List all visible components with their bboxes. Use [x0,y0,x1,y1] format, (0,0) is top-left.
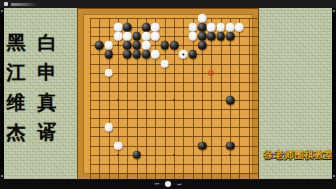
white-stone [114,23,123,32]
player-name-char: 真 [36,87,58,117]
white-stone [142,41,151,50]
black-stone [142,50,151,59]
black-stone [170,41,179,50]
frame-dot [1,175,3,177]
grid-line [90,164,258,165]
black-stone [226,32,235,41]
white-stone [188,32,197,41]
star-point [117,99,119,101]
stage-background: 黑江维杰 白申真谞 徐老师围棋教室 [4,8,332,179]
player-name-char: 白 [36,27,58,57]
annotation-circle [208,70,214,76]
frame-dot [333,10,335,12]
window-titlebar[interactable] [0,0,336,8]
white-stone [179,50,188,59]
prev-icon[interactable]: ⏮ [154,182,159,187]
frame-dot [333,175,335,177]
grid-line [90,127,258,128]
black-stone [123,23,132,32]
white-stone [104,41,113,50]
player-name-char: 黑 [5,27,27,57]
black-stone [207,32,216,41]
video-frame: 黑江维杰 白申真谞 徐老师围棋教室 ⏮ ⏭ [0,0,336,189]
app-icon [4,2,8,6]
white-stone [226,23,235,32]
player-name-char: 谞 [36,117,58,147]
last-move-marker [182,53,185,56]
white-stone [151,32,160,41]
black-stone [188,50,197,59]
player-name-char: 杰 [5,117,27,147]
star-point [173,154,175,156]
watermark-text: 徐老师围棋教室 [264,149,332,162]
grid-line [90,136,258,137]
player-control-bar: ⏮ ⏭ [0,179,336,189]
black-stone [132,32,141,41]
board-grid [90,18,258,179]
white-stone [198,14,207,23]
white-stone [188,23,197,32]
play-knob-icon[interactable] [165,181,171,187]
white-stone [114,32,123,41]
black-stone [198,23,207,32]
grid-line [90,173,258,174]
white-stone [151,50,160,59]
star-point [117,44,119,46]
white-player-name-column: 白申真谞 [36,27,58,147]
black-stone [226,96,235,105]
star-point [229,44,231,46]
white-stone [235,23,244,32]
white-stone [104,123,113,132]
black-stone [132,41,141,50]
right-frame-edge [332,0,336,189]
grid-line [90,118,258,119]
player-name-char: 维 [5,87,27,117]
white-stone [207,23,216,32]
star-point [173,99,175,101]
black-stone [104,50,113,59]
black-stone [142,23,151,32]
black-stone [198,32,207,41]
black-stone [198,141,207,150]
black-stone [132,50,141,59]
black-stone [216,32,225,41]
next-icon[interactable]: ⏭ [177,182,182,187]
go-board[interactable] [78,9,258,179]
left-frame-edge [0,0,4,189]
black-player-name-column: 黑江维杰 [5,27,27,147]
white-stone [123,32,132,41]
black-stone [123,50,132,59]
black-stone [160,41,169,50]
black-stone [123,41,132,50]
player-name-char: 江 [5,57,27,87]
grid-line [90,109,258,110]
window-title [11,3,37,6]
black-stone [95,41,104,50]
grid-line [249,18,250,179]
player-name-char: 申 [36,57,58,87]
white-stone [160,59,169,68]
white-stone [104,68,113,77]
star-point [117,154,119,156]
black-stone [226,141,235,150]
grid-line [258,18,259,179]
grid-line [239,18,240,179]
white-stone [142,32,151,41]
white-stone [216,23,225,32]
star-point [229,154,231,156]
white-stone [151,23,160,32]
white-stone [114,141,123,150]
black-stone [132,150,141,159]
frame-dot [1,10,3,12]
black-stone [198,41,207,50]
